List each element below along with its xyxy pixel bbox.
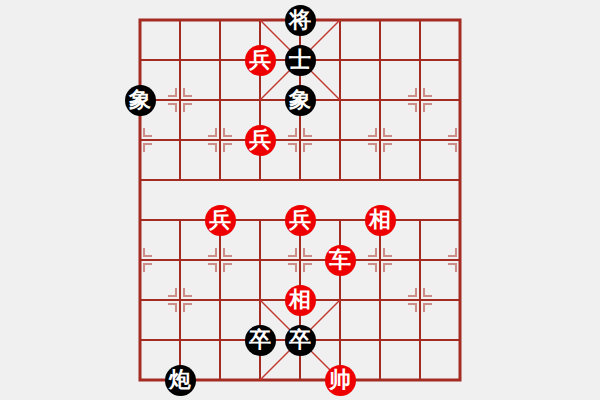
piece-black-advisor[interactable]: 士 [285, 45, 316, 76]
piece-red-soldier[interactable]: 兵 [285, 205, 316, 236]
xiangqi-diagram: 将兵士象象兵兵兵相车相卒卒炮帅 [0, 0, 600, 400]
piece-red-soldier[interactable]: 兵 [245, 45, 276, 76]
piece-black-elephant[interactable]: 象 [125, 85, 156, 116]
piece-black-soldier[interactable]: 卒 [245, 325, 276, 356]
piece-black-soldier[interactable]: 卒 [285, 325, 316, 356]
piece-red-elephant[interactable]: 相 [365, 205, 396, 236]
piece-red-chariot[interactable]: 车 [325, 245, 356, 276]
piece-red-soldier[interactable]: 兵 [245, 125, 276, 156]
piece-red-elephant[interactable]: 相 [285, 285, 316, 316]
piece-black-cannon[interactable]: 炮 [165, 365, 196, 396]
piece-black-elephant[interactable]: 象 [285, 85, 316, 116]
piece-red-soldier[interactable]: 兵 [205, 205, 236, 236]
piece-red-general[interactable]: 帅 [325, 365, 356, 396]
piece-black-general[interactable]: 将 [285, 5, 316, 36]
board[interactable]: 将兵士象象兵兵兵相车相卒卒炮帅 [120, 0, 480, 400]
